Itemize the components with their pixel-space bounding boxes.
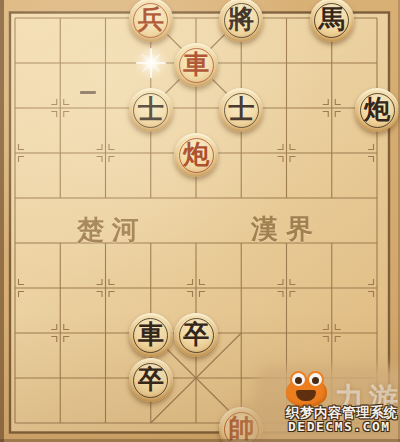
piece-glyph: 士	[129, 88, 173, 132]
piece-black-advisor[interactable]: 士	[129, 88, 173, 132]
piece-black-general[interactable]: 將	[219, 0, 263, 42]
mascot-eye-icon	[290, 371, 307, 388]
watermark-dedecms-url-text: DEDECMS.COM	[288, 419, 391, 434]
piece-glyph: 士	[219, 88, 263, 132]
piece-black-advisor[interactable]: 士	[219, 88, 263, 132]
river-label-chu-he: 楚河	[77, 212, 147, 248]
mascot-eye-icon	[307, 371, 324, 388]
piece-glyph: 車	[129, 313, 173, 357]
river-label-han-jie: 漢界	[251, 211, 321, 247]
piece-glyph: 卒	[129, 358, 173, 402]
piece-red-soldier[interactable]: 兵	[129, 0, 173, 42]
piece-black-chariot[interactable]: 車	[129, 313, 173, 357]
piece-glyph: 炮	[174, 133, 218, 177]
piece-black-soldier[interactable]: 卒	[129, 358, 173, 402]
piece-black-soldier[interactable]: 卒	[174, 313, 218, 357]
piece-glyph: 馬	[310, 0, 354, 42]
piece-black-cannon[interactable]: 炮	[355, 88, 399, 132]
piece-red-cannon[interactable]: 炮	[174, 133, 218, 177]
piece-red-chariot[interactable]: 車	[174, 43, 218, 87]
piece-glyph: 兵	[129, 0, 173, 42]
stray-dash-mark	[80, 91, 96, 94]
xiangqi-game-screen: 楚河 漢界 兵將馬車士士炮炮車卒卒帥 力游 织梦内容管理系统 DEDECMS.C…	[0, 0, 400, 442]
piece-glyph: 將	[219, 0, 263, 42]
piece-glyph: 卒	[174, 313, 218, 357]
piece-glyph: 炮	[355, 88, 399, 132]
photo-edge-shadow	[0, 0, 4, 442]
piece-glyph: 車	[174, 43, 218, 87]
piece-black-horse[interactable]: 馬	[310, 0, 354, 42]
